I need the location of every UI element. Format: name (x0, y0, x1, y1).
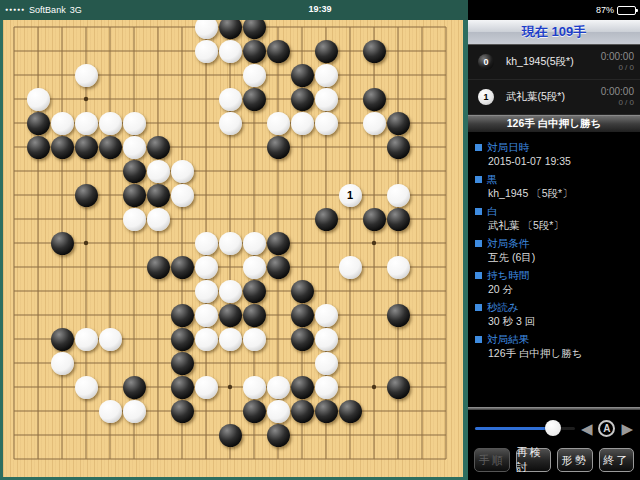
player-row-white: 1 武礼葉(5段*) 0:00:00 0 / 0 (468, 80, 640, 115)
black-stone (27, 136, 50, 159)
saikento-button[interactable]: 再検討 (516, 448, 552, 472)
white-stone (99, 400, 122, 423)
white-stone (267, 376, 290, 399)
bullet-icon (475, 272, 482, 279)
black-stone (387, 208, 410, 231)
black-stone (51, 328, 74, 351)
auto-play-button[interactable]: A (598, 420, 615, 437)
white-stone (195, 40, 218, 63)
white-stone (315, 352, 338, 375)
white-stone: 1 (339, 184, 362, 207)
replay-controls: ◀ A ▶ (468, 410, 640, 446)
black-stone (219, 304, 242, 327)
white-stone (243, 232, 266, 255)
black-stone (243, 304, 266, 327)
bullet-icon (475, 208, 482, 215)
black-stone (123, 160, 146, 183)
info-item-main-time: 持ち時間 20 分 (475, 268, 633, 299)
bullet-icon (475, 336, 482, 343)
black-stone (123, 376, 146, 399)
black-stone (171, 256, 194, 279)
white-stone (315, 376, 338, 399)
white-stone (363, 112, 386, 135)
black-stone (267, 256, 290, 279)
white-stone (75, 112, 98, 135)
battery-icon (617, 6, 636, 15)
black-stone (387, 112, 410, 135)
white-stone (99, 328, 122, 351)
white-stone (219, 232, 242, 255)
black-stone (99, 136, 122, 159)
black-stone (315, 208, 338, 231)
white-stone (123, 400, 146, 423)
info-item-black: 黒 kh_1945 〔5段*〕 (475, 172, 633, 203)
white-stone-icon: 1 (478, 89, 494, 105)
black-stone (267, 232, 290, 255)
black-stone (291, 400, 314, 423)
white-stone (195, 256, 218, 279)
next-move-button[interactable]: ▶ (621, 421, 633, 436)
black-stone (387, 304, 410, 327)
info-item-byoyomi: 秒読み 30 秒 3 回 (475, 300, 633, 331)
black-stone (363, 40, 386, 63)
white-stone (195, 280, 218, 303)
move-slider[interactable] (475, 420, 575, 436)
black-stone (387, 376, 410, 399)
white-stone (195, 328, 218, 351)
black-stone (291, 88, 314, 111)
white-stone (315, 328, 338, 351)
player-list: 0 kh_1945(5段*) 0:00:00 0 / 0 1 武礼葉(5段*) … (468, 45, 640, 115)
goban[interactable]: 1 (3, 20, 463, 477)
white-stone (51, 352, 74, 375)
player-row-black: 0 kh_1945(5段*) 0:00:00 0 / 0 (468, 45, 640, 80)
white-stone (123, 112, 146, 135)
black-stone (267, 40, 290, 63)
shuryo-button[interactable]: 終了 (599, 448, 635, 472)
white-stone (123, 136, 146, 159)
board-area: 1 (0, 0, 468, 480)
white-player-time: 0:00:00 (601, 86, 634, 99)
black-stone (27, 112, 50, 135)
white-player-periods: 0 / 0 (601, 98, 634, 108)
black-stone (171, 328, 194, 351)
black-stone (267, 136, 290, 159)
black-stone (387, 136, 410, 159)
black-stone (363, 208, 386, 231)
black-stone (243, 280, 266, 303)
info-item-date: 対局日時 2015-01-07 19:35 (475, 140, 633, 171)
white-stone (387, 184, 410, 207)
white-stone (339, 256, 362, 279)
black-stone (147, 136, 170, 159)
white-stone (219, 112, 242, 135)
white-stone (195, 304, 218, 327)
black-stone (267, 424, 290, 447)
black-player-periods: 0 / 0 (601, 63, 634, 73)
black-player-name: kh_1945(5段*) (506, 55, 601, 69)
black-stone (291, 376, 314, 399)
bullet-icon (475, 176, 482, 183)
white-stone (267, 112, 290, 135)
white-stone (147, 160, 170, 183)
black-stone (243, 88, 266, 111)
white-stone (75, 328, 98, 351)
black-stone (291, 328, 314, 351)
move-number-marker: 1 (347, 190, 353, 201)
white-stone (123, 208, 146, 231)
info-item-conditions: 対局条件 互先 (6目) (475, 236, 633, 267)
white-stone (267, 400, 290, 423)
white-stone (219, 328, 242, 351)
prev-move-button[interactable]: ◀ (581, 421, 593, 436)
white-stone (147, 208, 170, 231)
white-stone (387, 256, 410, 279)
black-stone (363, 88, 386, 111)
info-item-result: 対局結果 126手 白中押し勝ち (475, 332, 633, 363)
black-stone (171, 352, 194, 375)
black-stone (243, 40, 266, 63)
black-stone (339, 400, 362, 423)
black-stone (315, 40, 338, 63)
black-stone (291, 304, 314, 327)
white-player-name: 武礼葉(5段*) (506, 90, 601, 104)
white-stone (315, 304, 338, 327)
white-stone (99, 112, 122, 135)
white-stone (315, 64, 338, 87)
black-player-time: 0:00:00 (601, 51, 634, 64)
white-stone (243, 256, 266, 279)
white-stone (27, 88, 50, 111)
white-stone (219, 280, 242, 303)
black-stone (315, 400, 338, 423)
black-stone (123, 184, 146, 207)
black-stone (75, 136, 98, 159)
white-stone (51, 112, 74, 135)
clock: 19:39 (0, 4, 640, 14)
battery-percent: 87% (596, 5, 614, 15)
black-stone (75, 184, 98, 207)
game-info-list: 対局日時 2015-01-07 19:35 黒 kh_1945 〔5段*〕 白 … (468, 133, 640, 407)
white-stone (243, 328, 266, 351)
bullet-icon (475, 304, 482, 311)
black-stone (171, 400, 194, 423)
white-stone (315, 88, 338, 111)
white-stone (171, 160, 194, 183)
result-bar: 126手 白中押し勝ち (468, 115, 640, 133)
black-stone (243, 400, 266, 423)
white-stone (243, 376, 266, 399)
white-stone (291, 112, 314, 135)
white-stone (315, 112, 338, 135)
white-stone (195, 376, 218, 399)
keisei-button[interactable]: 形勢 (557, 448, 593, 472)
slider-thumb[interactable] (545, 420, 561, 436)
white-stone (219, 88, 242, 111)
bullet-icon (475, 240, 482, 247)
black-stone-icon: 0 (478, 54, 494, 70)
action-buttons: 手順 再検討 形勢 終了 (468, 446, 640, 480)
white-stone (75, 64, 98, 87)
black-stone (171, 304, 194, 327)
white-stone (171, 184, 194, 207)
white-stone (75, 376, 98, 399)
status-bar: ●●●●● SoftBank 3G 19:39 87% (0, 0, 640, 20)
black-stone (291, 280, 314, 303)
white-stone (195, 232, 218, 255)
black-stone (51, 232, 74, 255)
black-stone (291, 64, 314, 87)
black-stone (171, 376, 194, 399)
move-counter-header: 現在 109手 (468, 20, 640, 45)
bullet-icon (475, 144, 482, 151)
screen: ●●●●● SoftBank 3G 19:39 87% 1 現在 109手 0 … (0, 0, 640, 480)
tejun-button[interactable]: 手順 (474, 448, 510, 472)
white-stone (219, 40, 242, 63)
black-stone (147, 256, 170, 279)
black-stone (147, 184, 170, 207)
black-stone (51, 136, 74, 159)
info-item-white: 白 武礼葉 〔5段*〕 (475, 204, 633, 235)
black-stone (219, 424, 242, 447)
white-stone (243, 64, 266, 87)
side-panel: 現在 109手 0 kh_1945(5段*) 0:00:00 0 / 0 1 武… (468, 20, 640, 480)
